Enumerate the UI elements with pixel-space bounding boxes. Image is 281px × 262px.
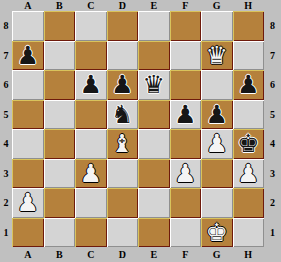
square-h5[interactable] xyxy=(233,100,265,130)
square-b1[interactable] xyxy=(44,218,76,248)
square-a4[interactable] xyxy=(12,129,44,159)
square-f2[interactable] xyxy=(170,188,202,218)
square-e3[interactable] xyxy=(138,159,170,189)
square-g7[interactable]: ♛ xyxy=(201,41,233,71)
square-b2[interactable] xyxy=(44,188,76,218)
file-label-top-b: B xyxy=(44,0,76,11)
square-c1[interactable] xyxy=(75,218,107,248)
square-a7[interactable]: ♟ xyxy=(12,41,44,71)
square-f6[interactable] xyxy=(170,70,202,100)
rank-label-left-3: 3 xyxy=(0,159,12,189)
square-e6[interactable]: ♛ xyxy=(138,70,170,100)
file-label-top-c: C xyxy=(75,0,107,11)
square-a3[interactable] xyxy=(12,159,44,189)
square-d4[interactable]: ♝ xyxy=(107,129,139,159)
piece-white-queen[interactable]: ♛ xyxy=(206,43,228,68)
rank-labels-right: 87654321 xyxy=(264,11,281,247)
square-a6[interactable] xyxy=(12,70,44,100)
rank-label-left-4: 4 xyxy=(0,129,12,159)
rank-label-left-2: 2 xyxy=(0,188,12,218)
piece-black-king[interactable]: ♚ xyxy=(237,131,259,156)
piece-white-pawn[interactable]: ♟ xyxy=(80,161,102,186)
square-d1[interactable] xyxy=(107,218,139,248)
square-g8[interactable] xyxy=(201,11,233,41)
square-f7[interactable] xyxy=(170,41,202,71)
piece-white-pawn[interactable]: ♟ xyxy=(206,131,228,156)
square-d3[interactable] xyxy=(107,159,139,189)
rank-label-right-5: 5 xyxy=(264,100,281,130)
square-c8[interactable] xyxy=(75,11,107,41)
rank-label-right-1: 1 xyxy=(264,218,281,248)
square-g1[interactable]: ♚ xyxy=(201,218,233,248)
rank-label-right-7: 7 xyxy=(264,41,281,71)
piece-black-knight[interactable]: ♞ xyxy=(111,102,133,127)
square-c7[interactable] xyxy=(75,41,107,71)
file-label-bottom-c: C xyxy=(75,247,107,262)
piece-black-pawn[interactable]: ♟ xyxy=(237,72,259,97)
rank-label-right-2: 2 xyxy=(264,188,281,218)
square-h6[interactable]: ♟ xyxy=(233,70,265,100)
rank-labels-left: 87654321 xyxy=(0,11,12,247)
square-g6[interactable] xyxy=(201,70,233,100)
square-h2[interactable] xyxy=(233,188,265,218)
piece-white-king[interactable]: ♚ xyxy=(206,220,228,245)
square-b8[interactable] xyxy=(44,11,76,41)
file-label-bottom-b: B xyxy=(44,247,76,262)
square-b4[interactable] xyxy=(44,129,76,159)
rank-label-right-8: 8 xyxy=(264,11,281,41)
square-h1[interactable] xyxy=(233,218,265,248)
file-label-bottom-f: F xyxy=(170,247,202,262)
file-labels-bottom: ABCDEFGH xyxy=(12,247,264,262)
rank-label-left-7: 7 xyxy=(0,41,12,71)
square-e5[interactable] xyxy=(138,100,170,130)
square-d7[interactable] xyxy=(107,41,139,71)
piece-white-pawn[interactable]: ♟ xyxy=(174,161,196,186)
piece-black-pawn[interactable]: ♟ xyxy=(206,102,228,127)
rank-label-left-8: 8 xyxy=(0,11,12,41)
file-label-bottom-h: H xyxy=(233,247,265,262)
file-label-bottom-a: A xyxy=(12,247,44,262)
piece-black-pawn[interactable]: ♟ xyxy=(174,102,196,127)
rank-label-right-4: 4 xyxy=(264,129,281,159)
square-e4[interactable] xyxy=(138,129,170,159)
piece-white-pawn[interactable]: ♟ xyxy=(17,190,39,215)
square-f5[interactable]: ♟ xyxy=(170,100,202,130)
file-label-top-a: A xyxy=(12,0,44,11)
square-e2[interactable] xyxy=(138,188,170,218)
file-label-bottom-e: E xyxy=(138,247,170,262)
square-c4[interactable] xyxy=(75,129,107,159)
piece-black-pawn[interactable]: ♟ xyxy=(17,43,39,68)
file-label-bottom-g: G xyxy=(201,247,233,262)
piece-black-pawn[interactable]: ♟ xyxy=(80,72,102,97)
file-label-top-d: D xyxy=(107,0,139,11)
square-g4[interactable]: ♟ xyxy=(201,129,233,159)
square-a8[interactable] xyxy=(12,11,44,41)
file-label-top-h: H xyxy=(233,0,265,11)
file-labels-top: ABCDEFGH xyxy=(12,0,264,11)
chess-board: ♟♛♟♟♛♟♞♟♟♝♟♚♟♟♟♟♚ xyxy=(12,11,264,247)
rank-label-left-6: 6 xyxy=(0,70,12,100)
file-label-top-f: F xyxy=(170,0,202,11)
square-h4[interactable]: ♚ xyxy=(233,129,265,159)
square-d2[interactable] xyxy=(107,188,139,218)
square-f3[interactable]: ♟ xyxy=(170,159,202,189)
piece-black-pawn[interactable]: ♟ xyxy=(111,72,133,97)
rank-label-right-6: 6 xyxy=(264,70,281,100)
square-g2[interactable] xyxy=(201,188,233,218)
file-label-top-g: G xyxy=(201,0,233,11)
square-h7[interactable] xyxy=(233,41,265,71)
square-f8[interactable] xyxy=(170,11,202,41)
square-g5[interactable]: ♟ xyxy=(201,100,233,130)
square-b3[interactable] xyxy=(44,159,76,189)
square-h3[interactable]: ♟ xyxy=(233,159,265,189)
square-c6[interactable]: ♟ xyxy=(75,70,107,100)
square-c3[interactable]: ♟ xyxy=(75,159,107,189)
rank-label-left-1: 1 xyxy=(0,218,12,248)
file-label-bottom-d: D xyxy=(107,247,139,262)
square-d8[interactable] xyxy=(107,11,139,41)
square-g3[interactable] xyxy=(201,159,233,189)
square-f4[interactable] xyxy=(170,129,202,159)
piece-white-bishop[interactable]: ♝ xyxy=(111,131,133,156)
square-f1[interactable] xyxy=(170,218,202,248)
square-a5[interactable] xyxy=(12,100,44,130)
square-c5[interactable] xyxy=(75,100,107,130)
square-d5[interactable]: ♞ xyxy=(107,100,139,130)
square-a2[interactable]: ♟ xyxy=(12,188,44,218)
rank-label-left-5: 5 xyxy=(0,100,12,130)
rank-label-right-3: 3 xyxy=(264,159,281,189)
square-b7[interactable] xyxy=(44,41,76,71)
square-h8[interactable] xyxy=(233,11,265,41)
square-e8[interactable] xyxy=(138,11,170,41)
chess-app-window: ABCDEFGH 87654321 87654321 ABCDEFGH ♟♛♟♟… xyxy=(0,0,281,262)
square-e1[interactable] xyxy=(138,218,170,248)
square-c2[interactable] xyxy=(75,188,107,218)
piece-white-pawn[interactable]: ♟ xyxy=(237,161,259,186)
file-label-top-e: E xyxy=(138,0,170,11)
square-d6[interactable]: ♟ xyxy=(107,70,139,100)
square-b6[interactable] xyxy=(44,70,76,100)
square-a1[interactable] xyxy=(12,218,44,248)
square-e7[interactable] xyxy=(138,41,170,71)
piece-black-queen[interactable]: ♛ xyxy=(143,72,165,97)
square-b5[interactable] xyxy=(44,100,76,130)
